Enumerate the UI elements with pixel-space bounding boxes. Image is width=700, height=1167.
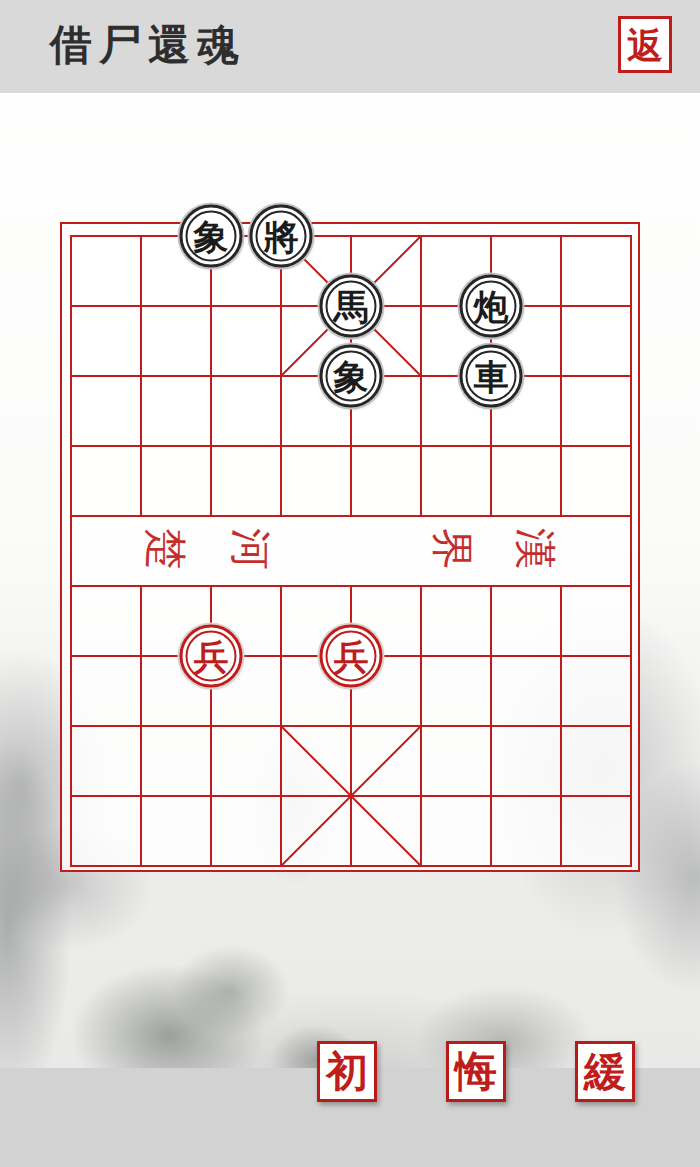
marker-corner [566, 359, 578, 371]
marker-corner [474, 639, 486, 651]
restart-button[interactable]: 初 [317, 1041, 377, 1102]
marker-corner [216, 429, 228, 441]
grid-line-v [280, 585, 282, 867]
piece-label: 炮 [474, 289, 509, 324]
piece-black-horse[interactable]: 馬 [320, 275, 383, 338]
grid-line-v [560, 235, 562, 517]
marker-corner [496, 639, 508, 651]
piece-black-chariot[interactable]: 車 [460, 345, 523, 408]
marker-corner [474, 661, 486, 673]
marker-corner [474, 451, 486, 463]
hint-button[interactable]: 緩 [575, 1041, 635, 1102]
piece-label: 象 [194, 219, 229, 254]
grid-line-v [420, 585, 422, 867]
piece-label: 馬 [334, 289, 369, 324]
marker-corner [76, 661, 88, 673]
river-label-char: 界 [431, 528, 473, 570]
marker-corner [76, 429, 88, 441]
marker-corner [194, 429, 206, 441]
grid-line-v [140, 585, 142, 867]
header-bar: 借尸還魂 返 [0, 0, 700, 93]
piece-black-general[interactable]: 將 [250, 205, 313, 268]
grid-line-v [210, 235, 212, 517]
marker-corner [146, 709, 158, 721]
grid-line-v [490, 585, 492, 867]
river-label-char: 河 [229, 528, 271, 570]
marker-corner [334, 451, 346, 463]
marker-corner [566, 709, 578, 721]
marker-corner [76, 451, 88, 463]
marker-corner [614, 639, 626, 651]
marker-corner [496, 429, 508, 441]
piece-label: 象 [334, 359, 369, 394]
marker-corner [614, 429, 626, 441]
marker-corner [76, 639, 88, 651]
marker-corner [566, 381, 578, 393]
marker-corner [544, 731, 556, 743]
undo-button[interactable]: 悔 [446, 1041, 506, 1102]
marker-corner [146, 359, 158, 371]
marker-corner [124, 381, 136, 393]
marker-corner [146, 731, 158, 743]
hint-button-label: 緩 [584, 1051, 626, 1093]
marker-corner [124, 731, 136, 743]
marker-corner [356, 451, 368, 463]
app-screen: 借尸還魂 返 楚河界漢象將馬炮象車兵兵 初 悔 緩 [0, 0, 700, 1167]
marker-corner [496, 451, 508, 463]
marker-corner [614, 451, 626, 463]
piece-label: 兵 [334, 639, 369, 674]
marker-corner [566, 731, 578, 743]
undo-button-label: 悔 [455, 1051, 497, 1093]
xiangqi-board[interactable]: 楚河界漢象將馬炮象車兵兵 [60, 222, 640, 872]
marker-corner [544, 359, 556, 371]
marker-corner [496, 661, 508, 673]
grid-line-v [140, 235, 142, 517]
marker-corner [334, 429, 346, 441]
piece-red-soldier[interactable]: 兵 [180, 625, 243, 688]
piece-black-elephant[interactable]: 象 [320, 345, 383, 408]
piece-label: 兵 [194, 639, 229, 674]
back-button-label: 返 [627, 27, 663, 63]
restart-button-label: 初 [326, 1051, 368, 1093]
piece-black-elephant[interactable]: 象 [180, 205, 243, 268]
grid-line-v [560, 585, 562, 867]
piece-black-cannon[interactable]: 炮 [460, 275, 523, 338]
piece-label: 將 [264, 219, 299, 254]
puzzle-title: 借尸還魂 [50, 18, 246, 73]
marker-corner [356, 429, 368, 441]
piece-label: 車 [474, 359, 509, 394]
grid-line-v [630, 235, 632, 867]
river-label-char: 楚 [144, 528, 186, 570]
marker-corner [124, 359, 136, 371]
marker-corner [194, 451, 206, 463]
marker-corner [544, 381, 556, 393]
control-buttons: 初 悔 緩 [0, 1041, 700, 1103]
piece-red-soldier[interactable]: 兵 [320, 625, 383, 688]
marker-corner [614, 661, 626, 673]
back-button[interactable]: 返 [618, 16, 672, 73]
marker-corner [216, 451, 228, 463]
river-label-char: 漢 [514, 528, 556, 570]
grid-line-v [420, 235, 422, 517]
marker-corner [474, 429, 486, 441]
grid-line-v [70, 235, 72, 867]
marker-corner [146, 381, 158, 393]
grid-line-v [280, 235, 282, 517]
marker-corner [544, 709, 556, 721]
marker-corner [124, 709, 136, 721]
